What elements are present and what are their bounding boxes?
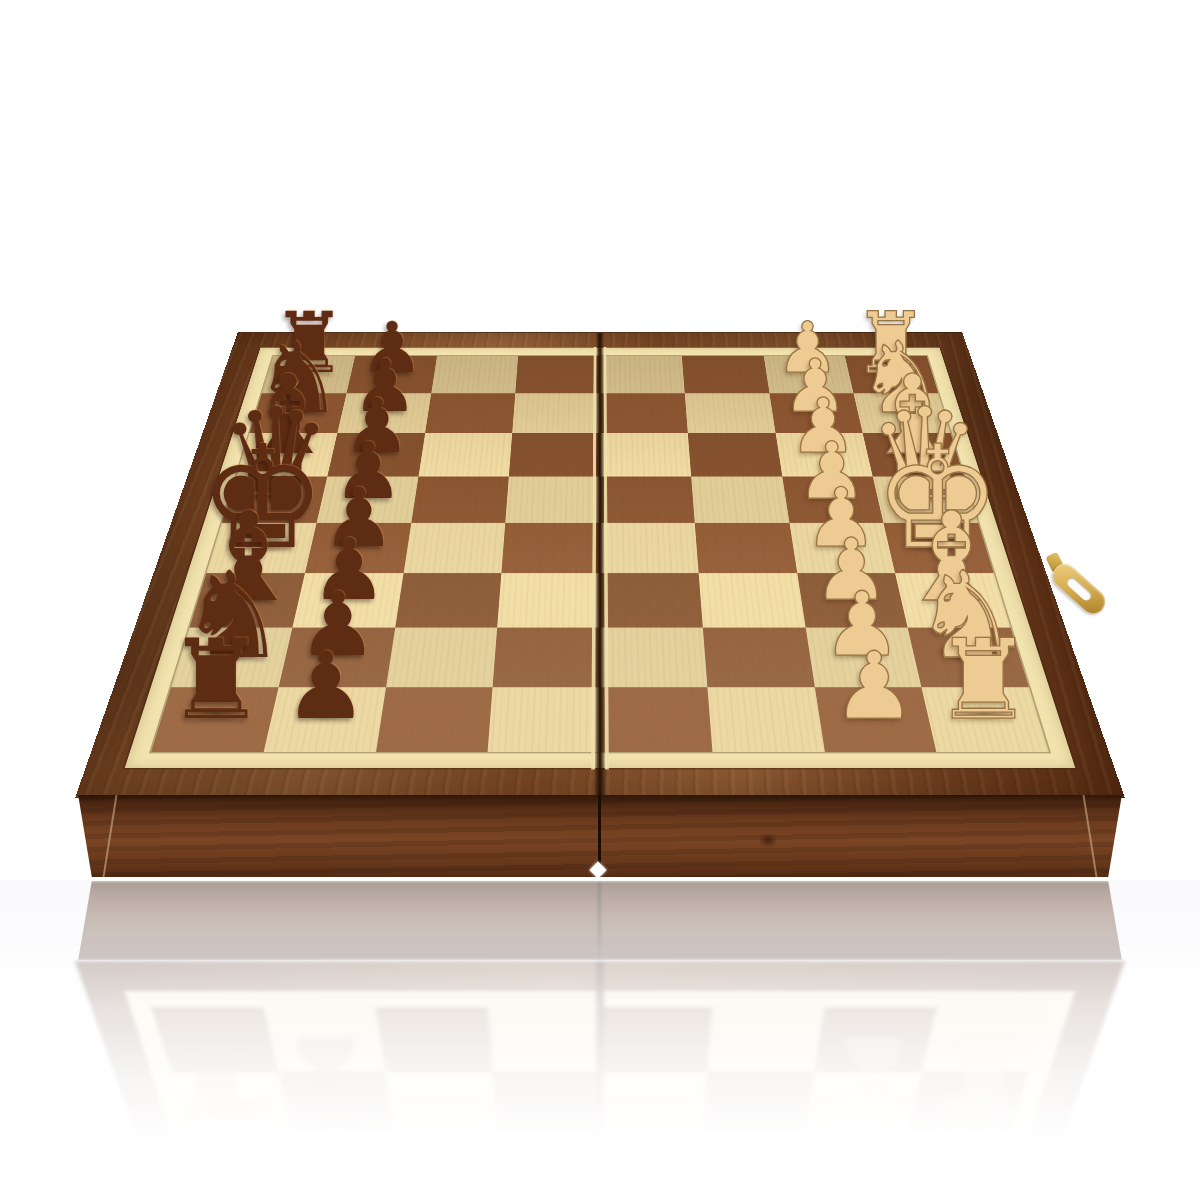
square-h4 xyxy=(600,687,712,752)
product-photo: ♜♞♝♛♚♝♞♜♟♟♟♟♟♟♟♟♟♟♟♟♟♟♟♟♜♞♝♛♚♝♞♜ ♝♞♜♟♟♟♟… xyxy=(0,0,1200,1200)
corner-inlay-left xyxy=(102,795,117,877)
square-d6 xyxy=(411,476,509,522)
piece-white-rook: ♜ xyxy=(934,625,1033,736)
square-h3 xyxy=(707,687,824,752)
square-d3 xyxy=(691,476,789,522)
reflection: ♝♞♜♟♟♟♟♟♟♝♞♜ xyxy=(0,880,1200,1200)
piece-black-rook: ♜ xyxy=(167,625,266,736)
square-h6 xyxy=(376,687,493,752)
square-g5 xyxy=(493,628,600,687)
square-a4 xyxy=(600,356,685,393)
square-b3 xyxy=(685,393,776,433)
square-a6 xyxy=(431,356,518,393)
square-g4 xyxy=(600,628,707,687)
square-g6 xyxy=(386,628,498,687)
square-e3 xyxy=(695,523,797,573)
square-f5 xyxy=(497,573,600,628)
square-c4 xyxy=(600,433,691,476)
square-e5 xyxy=(502,523,600,573)
square-e6 xyxy=(403,523,505,573)
piece-white-pawn: ♟ xyxy=(832,640,915,733)
square-g3 xyxy=(703,628,815,687)
square-b4 xyxy=(600,393,688,433)
square-f4 xyxy=(600,573,703,628)
square-e4 xyxy=(600,523,698,573)
square-b6 xyxy=(425,393,516,433)
reflection-fade xyxy=(0,880,1200,1200)
square-d5 xyxy=(505,476,600,522)
square-h5 xyxy=(488,687,600,752)
square-d4 xyxy=(600,476,695,522)
square-f6 xyxy=(395,573,502,628)
square-c6 xyxy=(418,433,512,476)
piece-black-pawn: ♟ xyxy=(284,640,367,733)
square-b5 xyxy=(512,393,600,433)
corner-inlay-right xyxy=(1083,795,1098,877)
square-c5 xyxy=(509,433,600,476)
square-c3 xyxy=(688,433,782,476)
square-a5 xyxy=(515,356,600,393)
square-f3 xyxy=(698,573,805,628)
fold-seam xyxy=(594,333,606,798)
square-a3 xyxy=(682,356,769,393)
